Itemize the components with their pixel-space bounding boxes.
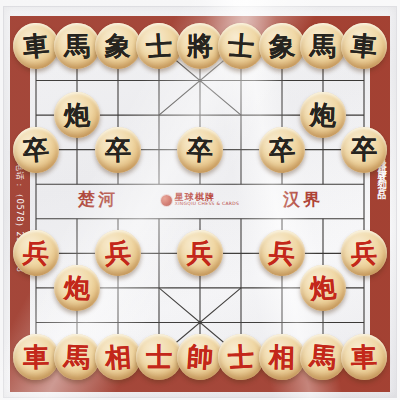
river-label-right: 汉界 <box>267 187 339 211</box>
brand-logo-caption: XINGQIU CHESS & CARDS <box>175 202 239 207</box>
piece-black-soldier[interactable]: 卒 <box>95 126 142 173</box>
piece-black-general[interactable]: 將 <box>177 23 223 69</box>
xiangqi-board-photo: 20 电话：（0578）2516928 星球棋牌系列产品 楚河 星球棋牌 XIN… <box>0 0 400 400</box>
piece-black-soldier[interactable]: 卒 <box>341 127 387 173</box>
brand-logo: 星球棋牌 XINGQIU CHESS & CARDS <box>153 188 247 212</box>
piece-red-advisor[interactable]: 士 <box>136 334 182 380</box>
brand-logo-icon <box>161 195 172 206</box>
river-label-left: 楚河 <box>62 187 134 211</box>
